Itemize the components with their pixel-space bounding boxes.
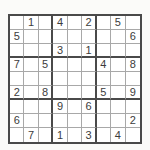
cell-r7c3[interactable] bbox=[39, 100, 53, 114]
cell-r5c3[interactable] bbox=[39, 72, 53, 86]
cell-r7c5[interactable] bbox=[68, 100, 82, 114]
cell-r3c2[interactable] bbox=[24, 44, 38, 58]
cell-r6c2[interactable] bbox=[24, 86, 38, 100]
cell-r3c5[interactable] bbox=[68, 44, 82, 58]
cell-r2c7[interactable] bbox=[97, 30, 111, 44]
cell-r1c2[interactable]: 1 bbox=[24, 16, 38, 30]
cell-r8c5[interactable] bbox=[68, 114, 82, 128]
cell-r5c1[interactable] bbox=[10, 72, 24, 86]
cell-r8c1[interactable]: 6 bbox=[10, 114, 24, 128]
cell-r3c1[interactable] bbox=[10, 44, 24, 58]
cell-r5c4[interactable] bbox=[53, 72, 67, 86]
cell-r9c6[interactable]: 3 bbox=[82, 128, 96, 142]
cell-r2c5[interactable] bbox=[68, 30, 82, 44]
cell-r4c5[interactable] bbox=[68, 58, 82, 72]
cell-r6c8[interactable] bbox=[111, 86, 125, 100]
cell-r4c6[interactable] bbox=[82, 58, 96, 72]
cell-r2c6[interactable] bbox=[82, 30, 96, 44]
cell-r1c4[interactable]: 4 bbox=[53, 16, 67, 30]
cell-r9c1[interactable] bbox=[10, 128, 24, 142]
cell-r8c8[interactable] bbox=[111, 114, 125, 128]
cell-r1c8[interactable]: 5 bbox=[111, 16, 125, 30]
cell-r3c6[interactable]: 1 bbox=[82, 44, 96, 58]
cell-r9c2[interactable]: 7 bbox=[24, 128, 38, 142]
cell-r9c4[interactable]: 1 bbox=[53, 128, 67, 142]
cell-r8c2[interactable] bbox=[24, 114, 38, 128]
cell-r3c9[interactable] bbox=[126, 44, 140, 58]
cell-r4c3[interactable]: 5 bbox=[39, 58, 53, 72]
cell-r9c3[interactable] bbox=[39, 128, 53, 142]
cell-r4c7[interactable]: 4 bbox=[97, 58, 111, 72]
cell-r5c8[interactable] bbox=[111, 72, 125, 86]
cell-r2c2[interactable] bbox=[24, 30, 38, 44]
cell-r1c5[interactable] bbox=[68, 16, 82, 30]
cell-r5c6[interactable] bbox=[82, 72, 96, 86]
cell-r9c5[interactable] bbox=[68, 128, 82, 142]
cell-r3c7[interactable] bbox=[97, 44, 111, 58]
cell-r8c6[interactable] bbox=[82, 114, 96, 128]
cell-r6c4[interactable] bbox=[53, 86, 67, 100]
cell-r7c7[interactable] bbox=[97, 100, 111, 114]
cell-r8c4[interactable] bbox=[53, 114, 67, 128]
cell-r6c7[interactable]: 5 bbox=[97, 86, 111, 100]
cell-r3c3[interactable] bbox=[39, 44, 53, 58]
cell-r8c7[interactable] bbox=[97, 114, 111, 128]
cell-r4c8[interactable] bbox=[111, 58, 125, 72]
cell-r5c2[interactable] bbox=[24, 72, 38, 86]
cell-r6c5[interactable] bbox=[68, 86, 82, 100]
cell-r9c7[interactable] bbox=[97, 128, 111, 142]
cell-r6c6[interactable] bbox=[82, 86, 96, 100]
cell-r7c9[interactable] bbox=[126, 100, 140, 114]
cell-r4c4[interactable] bbox=[53, 58, 67, 72]
cell-r7c6[interactable]: 6 bbox=[82, 100, 96, 114]
cell-r5c5[interactable] bbox=[68, 72, 82, 86]
cell-r2c4[interactable] bbox=[53, 30, 67, 44]
cell-r1c7[interactable] bbox=[97, 16, 111, 30]
cell-r6c1[interactable]: 2 bbox=[10, 86, 24, 100]
cell-r8c3[interactable] bbox=[39, 114, 53, 128]
cell-r7c2[interactable] bbox=[24, 100, 38, 114]
cell-r8c9[interactable]: 2 bbox=[126, 114, 140, 128]
cell-r2c9[interactable]: 6 bbox=[126, 30, 140, 44]
cell-r7c4[interactable]: 9 bbox=[53, 100, 67, 114]
cell-r2c8[interactable] bbox=[111, 30, 125, 44]
sudoku-board: 142556317548285996627134 bbox=[8, 14, 142, 144]
cell-r2c3[interactable] bbox=[39, 30, 53, 44]
cell-r6c9[interactable]: 9 bbox=[126, 86, 140, 100]
cell-r1c1[interactable] bbox=[10, 16, 24, 30]
cell-r7c8[interactable] bbox=[111, 100, 125, 114]
cell-r1c9[interactable] bbox=[126, 16, 140, 30]
cell-r5c9[interactable] bbox=[126, 72, 140, 86]
cell-r4c9[interactable]: 8 bbox=[126, 58, 140, 72]
cell-r6c3[interactable]: 8 bbox=[39, 86, 53, 100]
cell-r4c1[interactable]: 7 bbox=[10, 58, 24, 72]
cell-r2c1[interactable]: 5 bbox=[10, 30, 24, 44]
cell-r9c8[interactable]: 4 bbox=[111, 128, 125, 142]
cell-r1c6[interactable]: 2 bbox=[82, 16, 96, 30]
page: { "game": "sudoku", "position": ".1.4.2.… bbox=[0, 0, 150, 150]
cell-r7c1[interactable] bbox=[10, 100, 24, 114]
cell-r4c2[interactable] bbox=[24, 58, 38, 72]
cell-r3c8[interactable] bbox=[111, 44, 125, 58]
cell-r9c9[interactable] bbox=[126, 128, 140, 142]
cell-r3c4[interactable]: 3 bbox=[53, 44, 67, 58]
cell-r5c7[interactable] bbox=[97, 72, 111, 86]
cell-r1c3[interactable] bbox=[39, 16, 53, 30]
